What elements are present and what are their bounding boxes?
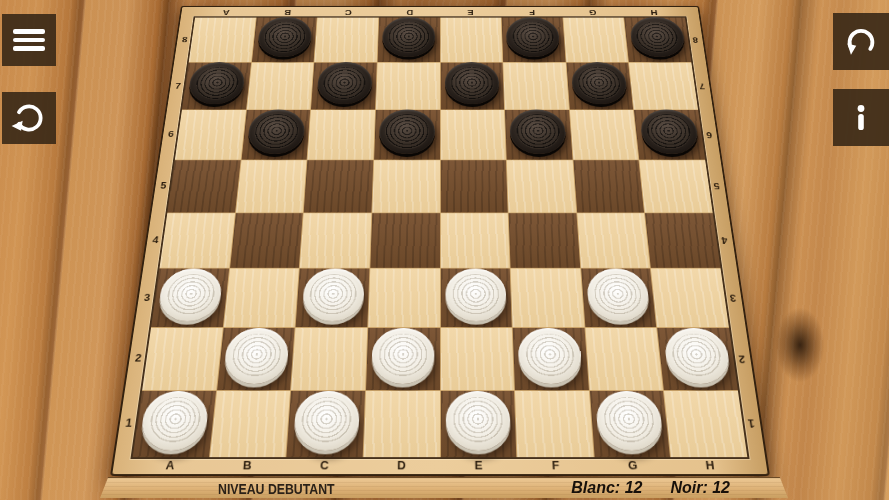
hamburger-icon — [13, 29, 45, 51]
white-piece-c1[interactable] — [292, 391, 359, 451]
white-piece-b2[interactable] — [223, 328, 290, 384]
square-a8[interactable] — [189, 18, 256, 62]
white-piece-a3[interactable] — [157, 268, 224, 321]
rotate-board-button[interactable] — [2, 92, 56, 144]
square-a5[interactable] — [167, 160, 240, 212]
square-c7[interactable] — [311, 63, 376, 110]
square-g1[interactable] — [590, 391, 671, 457]
square-b2[interactable] — [217, 328, 295, 390]
undo-arrow-icon — [842, 23, 880, 61]
square-e7[interactable] — [440, 63, 504, 110]
square-f7[interactable] — [503, 63, 568, 110]
square-d8[interactable] — [377, 18, 439, 62]
square-b7[interactable] — [247, 63, 314, 110]
square-b6[interactable] — [241, 110, 310, 159]
square-e6[interactable] — [440, 110, 506, 159]
square-h4[interactable] — [645, 213, 720, 268]
black-piece-b8[interactable] — [256, 17, 312, 57]
square-c1[interactable] — [287, 391, 365, 457]
square-f2[interactable] — [513, 328, 589, 390]
white-piece-g1[interactable] — [595, 391, 665, 451]
white-count: Blanc: 12 — [571, 479, 642, 497]
square-h8[interactable] — [624, 18, 691, 62]
square-g3[interactable] — [581, 269, 657, 327]
black-piece-e7[interactable] — [445, 62, 500, 104]
black-piece-d8[interactable] — [382, 17, 435, 57]
white-piece-d2[interactable] — [371, 328, 434, 384]
square-b4[interactable] — [230, 213, 303, 268]
square-f1[interactable] — [515, 391, 593, 457]
white-piece-e1[interactable] — [446, 391, 511, 451]
square-g5[interactable] — [573, 160, 644, 212]
board-frame — [112, 7, 767, 474]
black-piece-d6[interactable] — [379, 110, 435, 155]
black-piece-h6[interactable] — [639, 110, 700, 155]
square-g6[interactable] — [570, 110, 639, 159]
square-c4[interactable] — [300, 213, 371, 268]
square-a2[interactable] — [142, 328, 222, 390]
white-piece-e3[interactable] — [445, 268, 506, 321]
app-screen: ABCDEFGH ABCDEFGH 87654321 87654321 NIVE… — [0, 0, 889, 500]
square-d7[interactable] — [376, 63, 440, 110]
menu-button[interactable] — [2, 14, 56, 66]
square-e8[interactable] — [440, 18, 502, 62]
black-piece-a7[interactable] — [187, 62, 246, 104]
square-c3[interactable] — [296, 269, 370, 327]
square-d5[interactable] — [372, 160, 439, 212]
square-g7[interactable] — [566, 63, 633, 110]
black-piece-g7[interactable] — [571, 62, 629, 104]
white-piece-a1[interactable] — [139, 391, 211, 451]
square-g2[interactable] — [585, 328, 663, 390]
square-d4[interactable] — [370, 213, 439, 268]
square-h5[interactable] — [640, 160, 713, 212]
score-labels: Blanc: 12 Noir: 12 — [571, 479, 730, 497]
status-bar: NIVEAU DEBUTANT Blanc: 12 Noir: 12 — [100, 477, 788, 498]
square-a3[interactable] — [151, 269, 229, 327]
black-piece-h8[interactable] — [629, 17, 687, 57]
square-f5[interactable] — [507, 160, 576, 212]
square-a7[interactable] — [182, 63, 251, 110]
square-c2[interactable] — [291, 328, 367, 390]
square-b5[interactable] — [236, 160, 307, 212]
square-g4[interactable] — [577, 213, 650, 268]
undo-button[interactable] — [833, 13, 889, 70]
info-button[interactable] — [833, 89, 889, 146]
square-f4[interactable] — [509, 213, 580, 268]
black-piece-b6[interactable] — [246, 110, 306, 155]
white-piece-c3[interactable] — [301, 268, 364, 321]
square-d2[interactable] — [366, 328, 440, 390]
checkers-board: ABCDEFGH ABCDEFGH 87654321 87654321 — [110, 6, 770, 476]
white-piece-g3[interactable] — [586, 268, 651, 321]
square-h1[interactable] — [664, 391, 747, 457]
square-c6[interactable] — [308, 110, 375, 159]
square-b1[interactable] — [210, 391, 291, 457]
black-count: Noir: 12 — [670, 479, 730, 497]
white-piece-f2[interactable] — [518, 328, 583, 384]
white-piece-h2[interactable] — [662, 328, 731, 384]
black-piece-f8[interactable] — [506, 17, 561, 57]
square-f6[interactable] — [505, 110, 572, 159]
black-piece-c7[interactable] — [316, 62, 372, 104]
level-label: NIVEAU DEBUTANT — [218, 480, 335, 497]
black-piece-f6[interactable] — [509, 110, 567, 155]
square-g8[interactable] — [563, 18, 628, 62]
square-h3[interactable] — [651, 269, 729, 327]
square-e1[interactable] — [440, 391, 516, 457]
square-e5[interactable] — [440, 160, 507, 212]
square-a1[interactable] — [133, 391, 216, 457]
square-b8[interactable] — [252, 18, 317, 62]
square-c5[interactable] — [304, 160, 373, 212]
info-icon — [843, 100, 879, 136]
square-f3[interactable] — [511, 269, 585, 327]
square-h2[interactable] — [658, 328, 738, 390]
square-h6[interactable] — [634, 110, 705, 159]
square-d6[interactable] — [374, 110, 440, 159]
square-e4[interactable] — [440, 213, 509, 268]
square-a4[interactable] — [159, 213, 234, 268]
square-e3[interactable] — [440, 269, 511, 327]
board-grid — [133, 18, 748, 458]
square-c8[interactable] — [315, 18, 379, 62]
square-d3[interactable] — [368, 269, 439, 327]
square-h7[interactable] — [629, 63, 698, 110]
square-e2[interactable] — [440, 328, 514, 390]
square-f8[interactable] — [502, 18, 566, 62]
rotate-icon — [10, 99, 48, 137]
square-b3[interactable] — [223, 269, 299, 327]
square-d1[interactable] — [364, 391, 440, 457]
square-a6[interactable] — [175, 110, 246, 159]
